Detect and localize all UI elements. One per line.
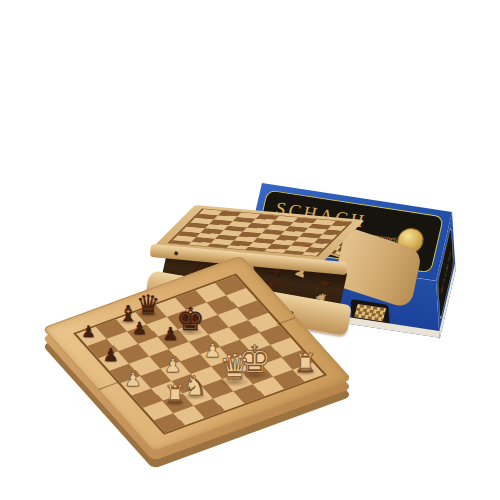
- board-fold-seam: [98, 382, 117, 390]
- chess-piece-white-rook: ♜: [160, 382, 190, 407]
- chess-set-product-photo: SCHACH magnetisch SCHACH ♞♟♝♟♜♟♞♟♛♟♝♜♟♞: [0, 0, 500, 500]
- chess-piece-black-pawn: ♟: [100, 346, 122, 364]
- chess-piece-white-queen: ♛: [214, 350, 256, 385]
- chess-piece-black-pawn: ♟: [79, 324, 98, 340]
- chess-piece-black-pawn: ♟: [129, 320, 149, 337]
- chess-piece-white-pawn: ♟: [122, 370, 145, 389]
- chess-piece-white-rook: ♜: [290, 350, 321, 376]
- lid-magnet-dot: [174, 251, 178, 255]
- chess-piece-black-pawn: ♟: [160, 325, 182, 343]
